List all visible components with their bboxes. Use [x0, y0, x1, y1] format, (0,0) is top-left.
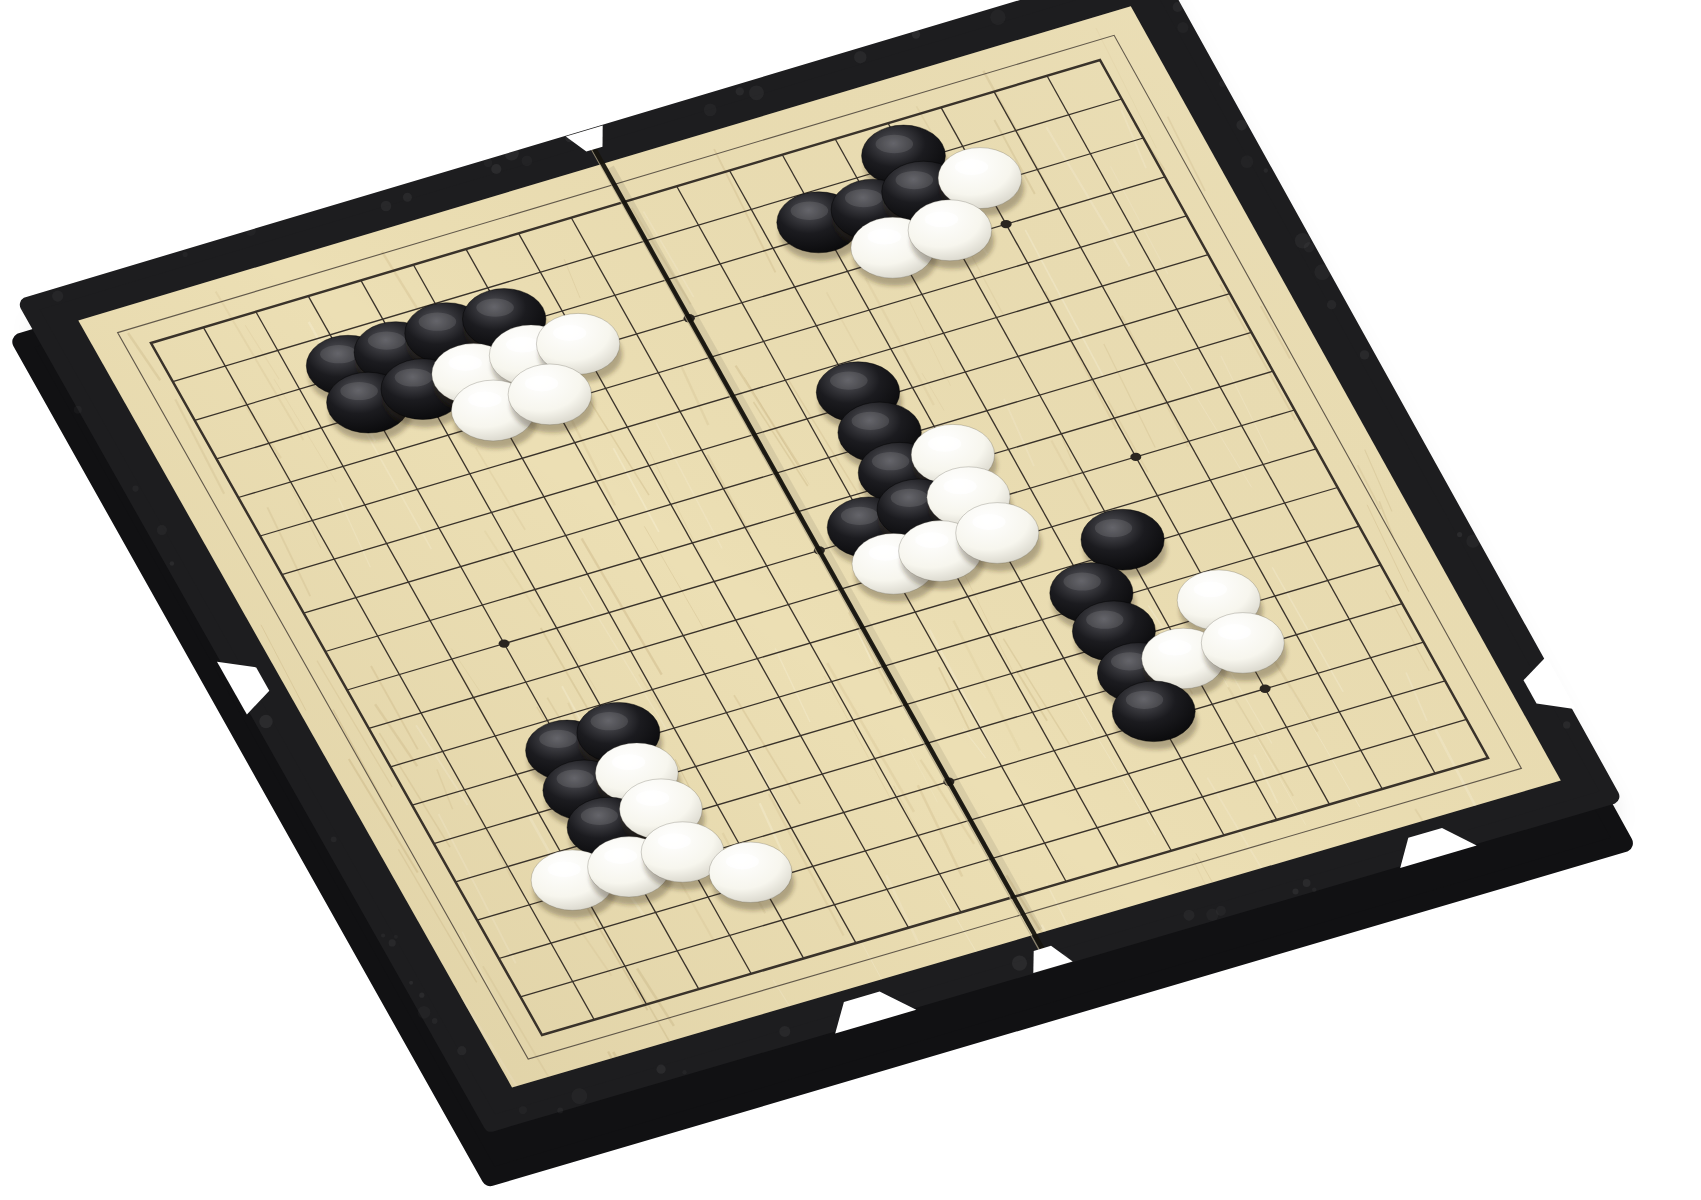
- stone-body: [1112, 681, 1195, 742]
- stone-highlight: [868, 229, 901, 245]
- stone-highlight: [872, 452, 909, 470]
- stone-highlight: [581, 807, 618, 825]
- stone-highlight: [845, 189, 883, 207]
- stone-highlight: [591, 712, 628, 730]
- stone-highlight: [876, 135, 914, 153]
- go-board-photo: [0, 0, 1701, 1200]
- stone-highlight: [539, 730, 576, 748]
- stone-highlight: [869, 545, 902, 561]
- star-point: [1130, 453, 1141, 461]
- white-stone: [908, 200, 994, 269]
- stone-highlight: [955, 159, 988, 175]
- stone-highlight: [419, 313, 457, 331]
- stone-highlight: [368, 332, 406, 350]
- stone-highlight: [1194, 581, 1227, 597]
- stone-highlight: [506, 337, 539, 353]
- stone-highlight: [1126, 691, 1163, 709]
- stone-highlight: [830, 372, 868, 390]
- stone-highlight: [636, 790, 669, 806]
- stone-highlight: [476, 299, 514, 317]
- stone-highlight: [972, 514, 1005, 530]
- stone-body: [956, 503, 1039, 564]
- stone-highlight: [726, 854, 759, 870]
- stone-highlight: [604, 848, 637, 864]
- stone-body: [1081, 509, 1164, 570]
- stone-highlight: [468, 392, 501, 408]
- stone-highlight: [925, 211, 958, 227]
- stone-highlight: [449, 355, 482, 371]
- stone-highlight: [548, 861, 581, 877]
- stone-highlight: [896, 171, 934, 189]
- stone-highlight: [1158, 640, 1191, 656]
- stone-highlight: [915, 532, 948, 548]
- white-stone: [709, 842, 794, 910]
- stone-highlight: [612, 754, 645, 770]
- stone-highlight: [944, 478, 977, 494]
- star-point: [499, 639, 510, 647]
- white-stone: [508, 364, 594, 433]
- stone-body: [508, 364, 591, 425]
- stone-highlight: [928, 436, 961, 452]
- stone-highlight: [525, 376, 558, 392]
- black-stone: [1112, 681, 1197, 749]
- board-svg: [0, 0, 1701, 1200]
- stone-highlight: [852, 412, 890, 430]
- stone-highlight: [1086, 611, 1123, 629]
- stone-body: [1201, 613, 1284, 674]
- stone-highlight: [1218, 624, 1251, 640]
- stone-highlight: [553, 325, 586, 341]
- white-stone: [956, 503, 1042, 572]
- stone-highlight: [320, 345, 358, 363]
- stone-highlight: [557, 770, 594, 788]
- white-stone: [1201, 613, 1286, 681]
- star-point: [1260, 685, 1271, 693]
- stone-highlight: [395, 368, 433, 386]
- stone-highlight: [1095, 519, 1132, 537]
- stone-highlight: [791, 202, 829, 220]
- stone-body: [908, 200, 992, 261]
- stone-body: [709, 842, 792, 902]
- stone-highlight: [841, 507, 878, 525]
- stone-highlight: [1064, 572, 1101, 590]
- stone-highlight: [891, 489, 928, 507]
- star-point: [1001, 220, 1012, 228]
- stone-highlight: [340, 382, 378, 400]
- stone-highlight: [658, 833, 691, 849]
